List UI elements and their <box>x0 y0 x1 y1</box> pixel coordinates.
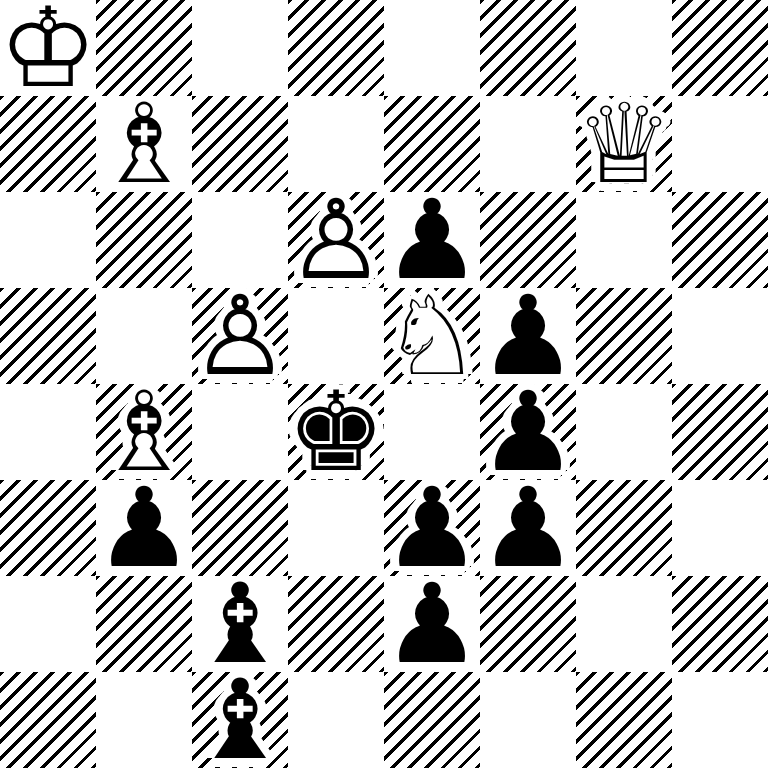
square-f1[interactable] <box>480 672 576 768</box>
square-b7[interactable]: ♝♗ <box>96 96 192 192</box>
square-h5[interactable] <box>672 288 768 384</box>
square-d7[interactable] <box>288 96 384 192</box>
square-c5[interactable]: ♟♙ <box>192 288 288 384</box>
square-e8[interactable] <box>384 0 480 96</box>
square-g3[interactable] <box>576 480 672 576</box>
square-h7[interactable] <box>672 96 768 192</box>
square-e7[interactable] <box>384 96 480 192</box>
piece-black-pawn: ♟ <box>384 480 480 576</box>
square-b5[interactable] <box>96 288 192 384</box>
piece-black-pawn: ♟ <box>384 576 480 672</box>
square-a4[interactable] <box>0 384 96 480</box>
square-a8[interactable]: ♚♔ <box>0 0 96 96</box>
square-h3[interactable] <box>672 480 768 576</box>
piece-white-bishop-fill: ♝ <box>96 96 192 192</box>
square-f3[interactable]: ♟ <box>480 480 576 576</box>
square-f4[interactable]: ♟ <box>480 384 576 480</box>
square-h2[interactable] <box>672 576 768 672</box>
square-c4[interactable] <box>192 384 288 480</box>
piece-black-bishop: ♝ <box>192 576 288 672</box>
square-e1[interactable] <box>384 672 480 768</box>
piece-white-knight: ♘ <box>384 288 480 384</box>
square-f6[interactable] <box>480 192 576 288</box>
square-a7[interactable] <box>0 96 96 192</box>
square-a5[interactable] <box>0 288 96 384</box>
square-g4[interactable] <box>576 384 672 480</box>
square-g8[interactable] <box>576 0 672 96</box>
square-d4[interactable]: ♚ <box>288 384 384 480</box>
piece-black-pawn: ♟ <box>480 288 576 384</box>
square-e5[interactable]: ♞♘ <box>384 288 480 384</box>
square-e6[interactable]: ♟ <box>384 192 480 288</box>
piece-white-queen: ♕ <box>576 96 672 192</box>
square-a6[interactable] <box>0 192 96 288</box>
square-b1[interactable] <box>96 672 192 768</box>
piece-white-queen-fill: ♛ <box>576 96 672 192</box>
piece-black-pawn: ♟ <box>384 192 480 288</box>
square-e3[interactable]: ♟ <box>384 480 480 576</box>
piece-black-pawn: ♟ <box>480 384 576 480</box>
piece-white-knight-fill: ♞ <box>384 288 480 384</box>
square-c1[interactable]: ♝ <box>192 672 288 768</box>
square-g5[interactable] <box>576 288 672 384</box>
piece-black-bishop: ♝ <box>192 672 288 768</box>
square-d1[interactable] <box>288 672 384 768</box>
piece-white-pawn: ♙ <box>288 192 384 288</box>
square-g7[interactable]: ♛♕ <box>576 96 672 192</box>
square-c2[interactable]: ♝ <box>192 576 288 672</box>
square-a3[interactable] <box>0 480 96 576</box>
square-c8[interactable] <box>192 0 288 96</box>
piece-white-king-fill: ♚ <box>0 0 96 96</box>
piece-white-pawn: ♙ <box>192 288 288 384</box>
square-d5[interactable] <box>288 288 384 384</box>
piece-white-bishop-fill: ♝ <box>96 384 192 480</box>
square-g6[interactable] <box>576 192 672 288</box>
piece-white-bishop: ♗ <box>96 384 192 480</box>
square-g2[interactable] <box>576 576 672 672</box>
square-b2[interactable] <box>96 576 192 672</box>
square-f5[interactable]: ♟ <box>480 288 576 384</box>
square-c6[interactable] <box>192 192 288 288</box>
square-b3[interactable]: ♟ <box>96 480 192 576</box>
piece-black-pawn: ♟ <box>480 480 576 576</box>
piece-white-pawn-fill: ♟ <box>288 192 384 288</box>
square-h1[interactable] <box>672 672 768 768</box>
square-h8[interactable] <box>672 0 768 96</box>
square-b4[interactable]: ♝♗ <box>96 384 192 480</box>
square-b8[interactable] <box>96 0 192 96</box>
square-f7[interactable] <box>480 96 576 192</box>
piece-white-king: ♔ <box>0 0 96 96</box>
square-h4[interactable] <box>672 384 768 480</box>
square-b6[interactable] <box>96 192 192 288</box>
square-d2[interactable] <box>288 576 384 672</box>
square-d3[interactable] <box>288 480 384 576</box>
square-d8[interactable] <box>288 0 384 96</box>
square-f8[interactable] <box>480 0 576 96</box>
piece-white-pawn-fill: ♟ <box>192 288 288 384</box>
piece-black-king: ♚ <box>288 384 384 480</box>
square-g1[interactable] <box>576 672 672 768</box>
piece-black-pawn: ♟ <box>96 480 192 576</box>
square-h6[interactable] <box>672 192 768 288</box>
square-d6[interactable]: ♟♙ <box>288 192 384 288</box>
square-e4[interactable] <box>384 384 480 480</box>
square-c7[interactable] <box>192 96 288 192</box>
square-a2[interactable] <box>0 576 96 672</box>
square-e2[interactable]: ♟ <box>384 576 480 672</box>
square-a1[interactable] <box>0 672 96 768</box>
square-c3[interactable] <box>192 480 288 576</box>
piece-white-bishop: ♗ <box>96 96 192 192</box>
chess-board: ♚♔♝♗♛♕♟♙♟♟♙♞♘♟♝♗♚♟♟♟♟♝♟♝ <box>0 0 768 768</box>
square-f2[interactable] <box>480 576 576 672</box>
